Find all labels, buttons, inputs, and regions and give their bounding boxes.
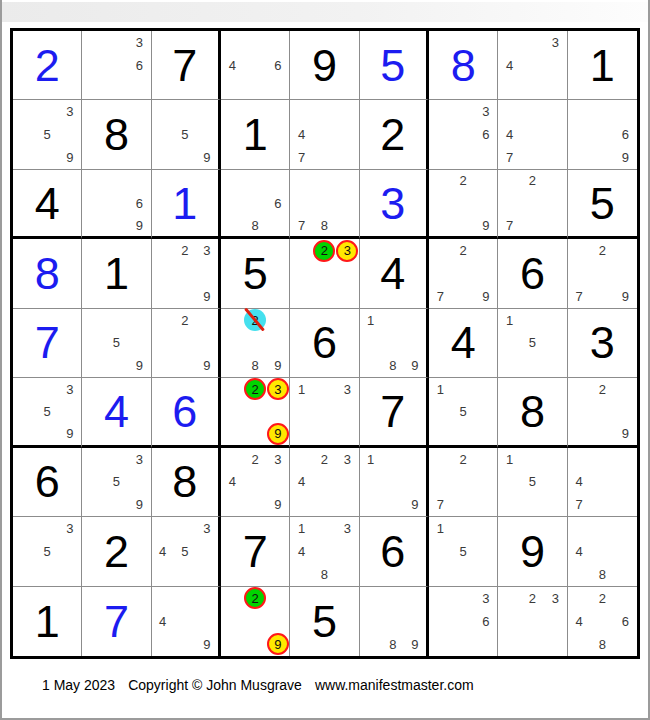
candidate-slot bbox=[591, 123, 614, 146]
cell-r4c6[interactable]: 4 bbox=[360, 239, 429, 308]
cell-r2c7[interactable]: 36 bbox=[429, 100, 498, 169]
cell-r8c3[interactable]: 345 bbox=[152, 517, 221, 586]
candidate-slot: 6 bbox=[475, 123, 498, 146]
cell-r6c9[interactable]: 29 bbox=[568, 378, 637, 447]
cell-r5c6[interactable]: 189 bbox=[360, 309, 429, 378]
candidate-slot bbox=[244, 332, 267, 355]
cell-r3c8[interactable]: 27 bbox=[498, 170, 567, 239]
candidate: 4 bbox=[298, 545, 305, 558]
cell-r1c6[interactable]: 5 bbox=[360, 31, 429, 100]
cell-r3c1[interactable]: 4 bbox=[13, 170, 82, 239]
cell-r6c5[interactable]: 13 bbox=[290, 378, 359, 447]
candidate-slot bbox=[196, 123, 218, 146]
candidate-slot bbox=[614, 448, 637, 471]
candidate-slot bbox=[196, 563, 218, 586]
cell-r8c8[interactable]: 9 bbox=[498, 517, 567, 586]
candidate-slot: 4 bbox=[152, 610, 174, 633]
candidate-slot bbox=[521, 309, 544, 332]
candidate-slot: 2 bbox=[452, 448, 475, 471]
candidate-slot bbox=[221, 170, 244, 192]
candidate-slot bbox=[82, 170, 105, 192]
cell-r1c2[interactable]: 36 bbox=[82, 31, 151, 100]
cell-r5c4[interactable]: 289 bbox=[221, 309, 290, 378]
candidate-slot: 1 bbox=[498, 448, 521, 471]
candidate-slot bbox=[152, 354, 174, 377]
candidates-grid: 47 bbox=[498, 100, 566, 168]
candidate-slot bbox=[221, 214, 244, 236]
green-circle-mark: 2 bbox=[244, 587, 266, 609]
candidate-slot bbox=[59, 563, 82, 586]
candidate-slot bbox=[13, 400, 36, 422]
candidate-slot bbox=[429, 400, 452, 422]
candidate-slot bbox=[429, 146, 452, 169]
candidate-slot bbox=[174, 262, 196, 285]
entered-digit: 7 bbox=[35, 320, 60, 365]
cell-r2c5[interactable]: 47 bbox=[290, 100, 359, 169]
candidate-slot: 1 bbox=[360, 448, 382, 471]
candidate: 2 bbox=[460, 453, 467, 466]
candidate-slot: 2 bbox=[313, 239, 336, 262]
cell-r6c3[interactable]: 6 bbox=[152, 378, 221, 447]
cell-r2c6[interactable]: 2 bbox=[360, 100, 429, 169]
cell-r7c6[interactable]: 19 bbox=[360, 448, 429, 517]
candidate-slot: 3 bbox=[475, 587, 498, 610]
candidate-slot bbox=[475, 239, 498, 262]
cell-r9c3[interactable]: 49 bbox=[152, 587, 221, 656]
candidate-slot bbox=[429, 214, 452, 236]
candidate: 2 bbox=[460, 174, 467, 187]
candidate-slot: 9 bbox=[59, 146, 82, 169]
candidate-slot: 9 bbox=[614, 285, 637, 308]
footer-url: www.manifestmaster.com bbox=[315, 678, 474, 693]
candidate: 9 bbox=[622, 151, 629, 164]
candidate-slot bbox=[521, 100, 544, 123]
cell-r3c3[interactable]: 1 bbox=[152, 170, 221, 239]
candidate: 3 bbox=[552, 36, 559, 49]
cell-r5c3[interactable]: 29 bbox=[152, 309, 221, 378]
candidate: 4 bbox=[229, 59, 236, 72]
candidate-slot: 2 bbox=[452, 170, 475, 192]
cell-r7c4[interactable]: 2349 bbox=[221, 448, 290, 517]
candidate-slot bbox=[336, 146, 359, 169]
candidate-slot bbox=[429, 192, 452, 214]
candidate-slot bbox=[313, 493, 336, 516]
candidate-slot: 3 bbox=[128, 31, 151, 54]
cell-r9c2[interactable]: 7 bbox=[82, 587, 151, 656]
candidate-slot bbox=[591, 423, 614, 445]
cell-r1c7[interactable]: 8 bbox=[429, 31, 498, 100]
candidate-slot bbox=[591, 610, 614, 633]
cell-r7c5[interactable]: 234 bbox=[290, 448, 359, 517]
candidate-slot bbox=[544, 77, 567, 100]
cell-r8c9[interactable]: 48 bbox=[568, 517, 637, 586]
candidate: 5 bbox=[460, 405, 467, 418]
candidate-slot bbox=[544, 448, 567, 471]
candidate: 5 bbox=[44, 405, 51, 418]
cell-r5c7[interactable]: 4 bbox=[429, 309, 498, 378]
candidates-grid: 13 bbox=[290, 378, 358, 444]
candidate-slot bbox=[82, 214, 105, 236]
candidate-slot bbox=[244, 423, 267, 445]
candidate-slot bbox=[336, 214, 359, 236]
candidate-slot: 7 bbox=[429, 285, 452, 308]
candidate-slot: 1 bbox=[429, 517, 452, 540]
given-digit: 8 bbox=[104, 112, 129, 157]
candidate: 9 bbox=[203, 638, 210, 651]
cell-r4c1[interactable]: 8 bbox=[13, 239, 82, 308]
given-digit: 4 bbox=[35, 181, 60, 226]
cell-r7c3[interactable]: 8 bbox=[152, 448, 221, 517]
candidate-slot: 8 bbox=[382, 633, 404, 656]
candidate-slot bbox=[313, 378, 336, 400]
candidate-slot: 7 bbox=[498, 214, 521, 236]
cell-r4c4[interactable]: 5 bbox=[221, 239, 290, 308]
cell-r4c5[interactable]: 23 bbox=[290, 239, 359, 308]
cell-r5c1[interactable]: 7 bbox=[13, 309, 82, 378]
candidates-grid: 29 bbox=[221, 587, 289, 656]
cell-r1c3[interactable]: 7 bbox=[152, 31, 221, 100]
candidate-slot bbox=[244, 77, 267, 100]
candidate: 1 bbox=[367, 314, 374, 327]
candidate-slot bbox=[221, 31, 244, 54]
candidate-slot bbox=[614, 100, 637, 123]
candidates-grid: 69 bbox=[568, 100, 637, 168]
cell-r5c2[interactable]: 59 bbox=[82, 309, 151, 378]
cell-r2c9[interactable]: 69 bbox=[568, 100, 637, 169]
candidate-slot: 4 bbox=[568, 610, 591, 633]
candidate-slot bbox=[290, 239, 313, 262]
cell-r1c5[interactable]: 9 bbox=[290, 31, 359, 100]
candidate-slot: 9 bbox=[128, 493, 151, 516]
cell-r9c5[interactable]: 5 bbox=[290, 587, 359, 656]
candidate-slot bbox=[244, 31, 267, 54]
cell-r2c1[interactable]: 359 bbox=[13, 100, 82, 169]
cell-r8c5[interactable]: 1348 bbox=[290, 517, 359, 586]
cell-r1c8[interactable]: 34 bbox=[498, 31, 567, 100]
candidate: 2 bbox=[529, 592, 536, 605]
candidate-slot bbox=[475, 448, 498, 471]
candidate-slot bbox=[196, 610, 218, 633]
cell-r2c4[interactable]: 1 bbox=[221, 100, 290, 169]
candidate-slot bbox=[221, 587, 244, 610]
cell-r6c7[interactable]: 15 bbox=[429, 378, 498, 447]
candidates-grid: 23 bbox=[498, 587, 566, 656]
cell-r5c5[interactable]: 6 bbox=[290, 309, 359, 378]
given-digit: 7 bbox=[243, 529, 268, 574]
cell-r7c8[interactable]: 15 bbox=[498, 448, 567, 517]
cell-r3c7[interactable]: 29 bbox=[429, 170, 498, 239]
candidate: 9 bbox=[411, 498, 418, 511]
candidate-slot: 8 bbox=[591, 633, 614, 656]
cell-r9c9[interactable]: 2468 bbox=[568, 587, 637, 656]
candidate-slot bbox=[267, 309, 290, 332]
cell-r9c4[interactable]: 29 bbox=[221, 587, 290, 656]
candidate-slot bbox=[152, 633, 174, 656]
candidate-slot: 5 bbox=[36, 400, 59, 422]
candidate-slot bbox=[290, 285, 313, 308]
cell-r6c6[interactable]: 7 bbox=[360, 378, 429, 447]
candidate-slot bbox=[36, 517, 59, 540]
candidate-slot bbox=[452, 610, 475, 633]
candidate-slot bbox=[521, 214, 544, 236]
strikethrough-line bbox=[244, 308, 265, 332]
cell-r8c1[interactable]: 35 bbox=[13, 517, 82, 586]
cell-r5c8[interactable]: 15 bbox=[498, 309, 567, 378]
cell-r1c4[interactable]: 46 bbox=[221, 31, 290, 100]
candidate-slot: 3 bbox=[336, 239, 359, 262]
candidate-slot bbox=[591, 400, 614, 422]
candidate-slot: 7 bbox=[498, 146, 521, 169]
candidate-slot bbox=[568, 146, 591, 169]
candidate-slot: 6 bbox=[128, 54, 151, 77]
given-digit: 5 bbox=[312, 599, 337, 644]
cell-r6c8[interactable]: 8 bbox=[498, 378, 567, 447]
cell-r4c9[interactable]: 279 bbox=[568, 239, 637, 308]
candidate-slot: 6 bbox=[128, 192, 151, 214]
candidate-slot bbox=[452, 517, 475, 540]
candidate-slot bbox=[82, 448, 105, 471]
cell-r7c1[interactable]: 6 bbox=[13, 448, 82, 517]
candidate-slot bbox=[521, 31, 544, 54]
candidate-slot bbox=[267, 610, 290, 633]
candidate-slot bbox=[498, 192, 521, 214]
candidate-slot bbox=[290, 400, 313, 422]
candidate-slot bbox=[105, 493, 128, 516]
cell-r6c2[interactable]: 4 bbox=[82, 378, 151, 447]
candidate: 2 bbox=[599, 383, 606, 396]
candidate-slot: 6 bbox=[614, 610, 637, 633]
candidate: 1 bbox=[437, 522, 444, 535]
candidate-slot bbox=[313, 423, 336, 445]
candidate-slot: 2 bbox=[313, 448, 336, 471]
candidate-slot bbox=[591, 285, 614, 308]
candidate-slot bbox=[591, 100, 614, 123]
candidate-slot: 5 bbox=[452, 400, 475, 422]
given-digit: 1 bbox=[35, 599, 60, 644]
candidate-slot bbox=[568, 563, 591, 586]
candidate: 3 bbox=[482, 592, 489, 605]
cell-r2c8[interactable]: 47 bbox=[498, 100, 567, 169]
yellow-circle-mark: 3 bbox=[267, 378, 289, 400]
candidate-slot bbox=[404, 332, 426, 355]
cell-r7c7[interactable]: 27 bbox=[429, 448, 498, 517]
candidate-slot bbox=[59, 123, 82, 146]
candidate-slot bbox=[568, 378, 591, 400]
entered-digit: 5 bbox=[380, 43, 405, 88]
candidate-slot bbox=[105, 77, 128, 100]
candidate-slot bbox=[196, 332, 218, 355]
cell-r1c9[interactable]: 1 bbox=[568, 31, 637, 100]
candidate-slot bbox=[614, 239, 637, 262]
candidate-slot: 5 bbox=[521, 470, 544, 493]
candidate-slot bbox=[452, 587, 475, 610]
candidate-slot bbox=[313, 100, 336, 123]
candidate-slot bbox=[336, 262, 359, 285]
candidate-slot bbox=[360, 587, 382, 610]
cyan-circle-mark: 2 bbox=[244, 309, 266, 331]
candidate-slot bbox=[152, 309, 174, 332]
candidate-slot bbox=[544, 633, 567, 656]
cell-r4c8[interactable]: 6 bbox=[498, 239, 567, 308]
candidate-slot bbox=[13, 146, 36, 169]
cell-r3c5[interactable]: 78 bbox=[290, 170, 359, 239]
candidate-slot bbox=[267, 400, 290, 422]
candidates-grid: 15 bbox=[429, 378, 497, 444]
candidate: 1 bbox=[506, 314, 513, 327]
candidate-slot bbox=[244, 610, 267, 633]
candidates-grid: 59 bbox=[152, 100, 218, 168]
cell-r4c2[interactable]: 1 bbox=[82, 239, 151, 308]
candidates-grid: 359 bbox=[13, 378, 81, 444]
candidate: 7 bbox=[298, 151, 305, 164]
candidate-slot bbox=[521, 448, 544, 471]
cell-r5c9[interactable]: 3 bbox=[568, 309, 637, 378]
cell-r8c7[interactable]: 15 bbox=[429, 517, 498, 586]
candidate-slot bbox=[244, 470, 267, 493]
candidate-slot: 2 bbox=[591, 239, 614, 262]
candidate-slot bbox=[452, 563, 475, 586]
candidate-slot: 9 bbox=[267, 633, 290, 656]
candidate-slot: 3 bbox=[475, 100, 498, 123]
cell-r9c7[interactable]: 36 bbox=[429, 587, 498, 656]
candidate: 4 bbox=[506, 59, 513, 72]
candidates-grid: 59 bbox=[82, 309, 150, 377]
yellow-circle-mark: 3 bbox=[336, 240, 358, 262]
candidate: 2 bbox=[252, 453, 259, 466]
cell-r3c9[interactable]: 5 bbox=[568, 170, 637, 239]
horizontal-scrollbar[interactable] bbox=[2, 2, 648, 22]
candidate-slot bbox=[614, 470, 637, 493]
given-digit: 8 bbox=[172, 459, 197, 504]
candidate-slot bbox=[36, 423, 59, 445]
candidate-slot: 2 bbox=[244, 587, 267, 610]
candidate-slot: 4 bbox=[221, 470, 244, 493]
candidate: 6 bbox=[136, 59, 143, 72]
candidate-slot bbox=[521, 493, 544, 516]
candidate-slot bbox=[128, 470, 151, 493]
candidate: 1 bbox=[298, 383, 305, 396]
given-digit: 1 bbox=[104, 251, 129, 296]
candidate-slot: 2 bbox=[521, 170, 544, 192]
cell-r6c4[interactable]: 239 bbox=[221, 378, 290, 447]
footer-date: 1 May 2023 bbox=[42, 678, 115, 693]
cell-r6c1[interactable]: 359 bbox=[13, 378, 82, 447]
given-digit: 6 bbox=[312, 320, 337, 365]
cell-r3c4[interactable]: 68 bbox=[221, 170, 290, 239]
candidate: 7 bbox=[576, 290, 583, 303]
candidate-slot: 8 bbox=[313, 563, 336, 586]
cell-r4c3[interactable]: 239 bbox=[152, 239, 221, 308]
cell-r4c7[interactable]: 279 bbox=[429, 239, 498, 308]
candidate: 6 bbox=[482, 615, 489, 628]
cell-r2c2[interactable]: 8 bbox=[82, 100, 151, 169]
candidate-slot bbox=[82, 493, 105, 516]
candidate-slot bbox=[568, 100, 591, 123]
candidate: 4 bbox=[576, 545, 583, 558]
cell-r8c2[interactable]: 2 bbox=[82, 517, 151, 586]
candidate-slot bbox=[196, 587, 218, 610]
candidates-grid: 34 bbox=[498, 31, 566, 99]
cell-r8c6[interactable]: 6 bbox=[360, 517, 429, 586]
cell-r7c2[interactable]: 359 bbox=[82, 448, 151, 517]
candidates-grid: 35 bbox=[13, 517, 81, 585]
candidate-slot bbox=[452, 633, 475, 656]
candidates-grid: 69 bbox=[82, 170, 150, 236]
candidates-grid: 19 bbox=[360, 448, 426, 516]
candidate-slot bbox=[244, 170, 267, 192]
candidate-slot: 5 bbox=[174, 540, 196, 563]
candidate-slot: 2 bbox=[452, 239, 475, 262]
candidate-slot: 3 bbox=[336, 448, 359, 471]
candidate-slot bbox=[82, 77, 105, 100]
cell-r7c9[interactable]: 47 bbox=[568, 448, 637, 517]
cell-r8c4[interactable]: 7 bbox=[221, 517, 290, 586]
candidate-slot bbox=[591, 146, 614, 169]
candidate-slot: 9 bbox=[196, 633, 218, 656]
candidate: 3 bbox=[136, 36, 143, 49]
candidate: 5 bbox=[113, 475, 120, 488]
candidate-slot bbox=[614, 540, 637, 563]
entered-digit: 1 bbox=[172, 181, 197, 226]
candidate: 4 bbox=[159, 545, 166, 558]
candidate-slot: 9 bbox=[404, 633, 426, 656]
candidate-slot: 2 bbox=[591, 378, 614, 400]
candidate-slot bbox=[404, 448, 426, 471]
candidate-slot bbox=[82, 192, 105, 214]
candidate-slot bbox=[152, 587, 174, 610]
candidate: 1 bbox=[367, 453, 374, 466]
candidate-slot bbox=[521, 54, 544, 77]
candidate: 9 bbox=[136, 359, 143, 372]
cell-r3c6[interactable]: 3 bbox=[360, 170, 429, 239]
candidates-grid: 29 bbox=[152, 309, 218, 377]
candidate-slot bbox=[336, 100, 359, 123]
cell-r9c1[interactable]: 1 bbox=[13, 587, 82, 656]
candidate-slot bbox=[568, 239, 591, 262]
cell-r9c8[interactable]: 23 bbox=[498, 587, 567, 656]
candidate: 7 bbox=[506, 151, 513, 164]
candidate-slot: 4 bbox=[568, 470, 591, 493]
candidate-slot: 3 bbox=[336, 378, 359, 400]
candidate-slot: 2 bbox=[174, 239, 196, 262]
candidate-slot bbox=[452, 100, 475, 123]
cell-r9c6[interactable]: 89 bbox=[360, 587, 429, 656]
candidate-slot bbox=[313, 192, 336, 214]
cell-r1c1[interactable]: 2 bbox=[13, 31, 82, 100]
given-digit: 1 bbox=[243, 112, 268, 157]
candidate-slot bbox=[59, 540, 82, 563]
candidate-slot: 4 bbox=[221, 54, 244, 77]
candidate-slot bbox=[105, 170, 128, 192]
candidate-slot bbox=[290, 100, 313, 123]
candidate: 8 bbox=[389, 359, 396, 372]
candidate-slot bbox=[221, 378, 244, 400]
candidate-slot: 5 bbox=[174, 123, 196, 146]
candidate-slot bbox=[360, 354, 382, 377]
candidate-slot: 5 bbox=[36, 540, 59, 563]
candidate-slot bbox=[591, 262, 614, 285]
candidate-slot bbox=[475, 146, 498, 169]
candidate-slot bbox=[336, 563, 359, 586]
cell-r3c2[interactable]: 69 bbox=[82, 170, 151, 239]
candidate: 3 bbox=[203, 244, 210, 257]
candidate-slot bbox=[336, 400, 359, 422]
candidate-slot bbox=[152, 100, 174, 123]
cell-r2c3[interactable]: 59 bbox=[152, 100, 221, 169]
candidates-grid: 36 bbox=[82, 31, 150, 99]
entered-digit: 3 bbox=[380, 181, 405, 226]
candidate-slot: 9 bbox=[267, 423, 290, 445]
